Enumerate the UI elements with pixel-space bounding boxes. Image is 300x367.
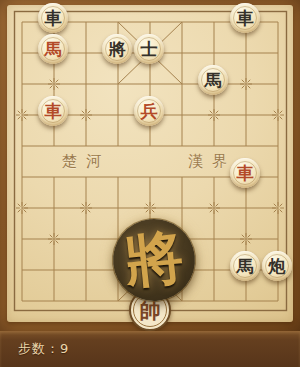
piece-black-horse-c6r2[interactable]: 馬: [198, 65, 228, 95]
piece-glyph: 炮: [269, 258, 286, 275]
grid-line: [216, 111, 219, 114]
grid-line: [210, 117, 213, 120]
grid-line: [18, 117, 21, 120]
grid-line: [56, 80, 59, 83]
piece-glyph: 士: [141, 41, 158, 58]
grid-line: [24, 210, 27, 213]
grid-line: [56, 235, 59, 238]
status-bar: 步数：9: [0, 331, 300, 367]
grid-line: [216, 204, 219, 207]
piece-glyph: 馬: [237, 258, 254, 275]
grid-line: [146, 204, 149, 207]
piece-glyph: 馬: [45, 41, 62, 58]
river-label-chu-he: 楚河: [62, 152, 110, 171]
grid-line: [88, 117, 91, 120]
grid-line: [248, 235, 251, 238]
grid-line: [50, 235, 53, 238]
grid-line: [280, 117, 283, 120]
grid-line: [274, 117, 277, 120]
grid-line: [82, 204, 85, 207]
board-frame: 楚河 漢界 車車馬將士馬車兵車馬炮帥 將: [0, 0, 300, 331]
grid-line: [56, 86, 59, 89]
piece-black-chariot-c7r0[interactable]: 車: [230, 3, 260, 33]
grid-line: [248, 86, 251, 89]
piece-glyph: 車: [237, 10, 254, 27]
piece-glyph: 帥: [140, 300, 161, 321]
grid-line: [274, 204, 277, 207]
grid-line: [24, 204, 27, 207]
piece-black-cannon-c8r8[interactable]: 炮: [262, 251, 292, 281]
grid-line: [210, 210, 213, 213]
grid-line: [18, 111, 21, 114]
grid-line: [216, 210, 219, 213]
grid-line: [210, 204, 213, 207]
steps-counter: 步数：9: [18, 340, 69, 358]
grid-line: [210, 111, 213, 114]
grid-line: [152, 204, 155, 207]
grid-line: [88, 204, 91, 207]
piece-glyph: 車: [237, 165, 254, 182]
grid-line: [56, 241, 59, 244]
grid-line: [280, 210, 283, 213]
grid-line: [242, 241, 245, 244]
grid-line: [248, 241, 251, 244]
grid-line: [82, 210, 85, 213]
grid-line: [82, 111, 85, 114]
grid-line: [274, 111, 277, 114]
piece-glyph: 車: [45, 10, 62, 27]
piece-glyph: 車: [45, 103, 62, 120]
grid-line: [50, 80, 53, 83]
grid-line: [248, 80, 251, 83]
grid-line: [24, 117, 27, 120]
grid-line: [88, 111, 91, 114]
piece-black-chariot-c1r0[interactable]: 車: [38, 3, 68, 33]
grid-line: [242, 235, 245, 238]
piece-glyph: 兵: [141, 103, 158, 120]
piece-black-horse-c7r8[interactable]: 馬: [230, 251, 260, 281]
piece-glyph: 馬: [205, 72, 222, 89]
grid-line: [280, 111, 283, 114]
check-stamp-glyph: 將: [121, 218, 187, 302]
grid-line: [216, 117, 219, 120]
grid-line: [242, 80, 245, 83]
grid-line: [18, 210, 21, 213]
grid-line: [88, 210, 91, 213]
river-label-han-jie: 漢界: [188, 152, 236, 171]
xiangqi-app-screen: 楚河 漢界 車車馬將士馬車兵車馬炮帥 將 步数：9: [0, 0, 300, 367]
grid-line: [18, 204, 21, 207]
grid-line: [24, 111, 27, 114]
grid-line: [50, 86, 53, 89]
grid-line: [274, 210, 277, 213]
piece-red-chariot-c7r5[interactable]: 車: [230, 158, 260, 188]
piece-red-chariot-c1r3[interactable]: 車: [38, 96, 68, 126]
piece-black-advisor-c4r1[interactable]: 士: [134, 34, 164, 64]
piece-red-horse-c1r1[interactable]: 馬: [38, 34, 68, 64]
grid-line: [50, 241, 53, 244]
grid-line: [280, 204, 283, 207]
piece-glyph: 將: [109, 41, 126, 58]
grid-line: [242, 86, 245, 89]
grid-line: [146, 210, 149, 213]
grid-line: [152, 210, 155, 213]
piece-red-soldier-c4r3[interactable]: 兵: [134, 96, 164, 126]
grid-line: [82, 117, 85, 120]
piece-black-general-c3r1[interactable]: 將: [102, 34, 132, 64]
